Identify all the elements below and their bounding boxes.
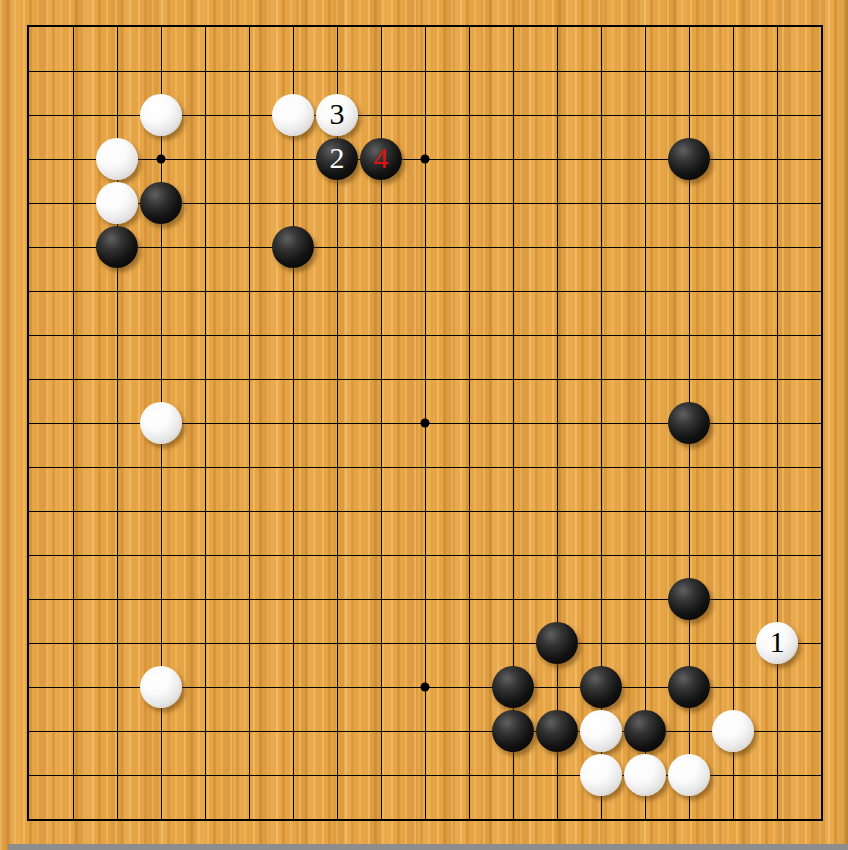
grid-cell — [29, 687, 73, 731]
grid-cell — [161, 27, 205, 71]
grid-cell — [557, 335, 601, 379]
grid-cell — [381, 27, 425, 71]
grid-cell — [425, 775, 469, 819]
grid-cell — [337, 467, 381, 511]
window-bottom-edge — [8, 844, 848, 850]
grid-cell — [777, 687, 821, 731]
black-stone-N3 — [536, 710, 578, 752]
grid-cell — [469, 423, 513, 467]
white-stone-S5: 1 — [756, 622, 798, 664]
grid-cell — [205, 247, 249, 291]
grid-cell — [161, 511, 205, 555]
grid-cell — [425, 555, 469, 599]
grid-cell — [381, 291, 425, 335]
star-point — [157, 155, 166, 164]
grid-cell — [425, 379, 469, 423]
grid-cell — [73, 555, 117, 599]
grid-cell — [601, 379, 645, 423]
grid-cell — [513, 335, 557, 379]
grid-cell — [205, 555, 249, 599]
grid-cell — [29, 247, 73, 291]
grid-cell — [469, 115, 513, 159]
grid-cell — [381, 379, 425, 423]
grid-cell — [29, 555, 73, 599]
grid-cell — [293, 731, 337, 775]
grid-cell — [777, 247, 821, 291]
grid-cell — [425, 159, 469, 203]
grid-cell — [777, 775, 821, 819]
grid-cell — [777, 291, 821, 335]
grid-cell — [777, 423, 821, 467]
grid-cell — [733, 379, 777, 423]
grid-cell — [513, 775, 557, 819]
grid-cell — [293, 599, 337, 643]
grid-cell — [161, 467, 205, 511]
grid-cell — [645, 247, 689, 291]
grid-cell — [249, 467, 293, 511]
grid-cell — [381, 71, 425, 115]
grid-cell — [293, 775, 337, 819]
grid-cell — [205, 599, 249, 643]
grid-cell — [249, 687, 293, 731]
black-stone-M3 — [492, 710, 534, 752]
grid-cell — [557, 71, 601, 115]
grid-cell — [381, 423, 425, 467]
black-stone-Q6 — [668, 578, 710, 620]
grid-cell — [689, 467, 733, 511]
grid-cell — [249, 335, 293, 379]
grid-cell — [29, 159, 73, 203]
go-board[interactable]: 3241 — [0, 0, 848, 850]
grid-cell — [469, 335, 513, 379]
grid-cell — [337, 731, 381, 775]
grid-cell — [249, 27, 293, 71]
grid-cell — [337, 511, 381, 555]
grid-cell — [337, 27, 381, 71]
white-stone-G17 — [272, 94, 314, 136]
grid-cell — [513, 423, 557, 467]
grid-cell — [557, 423, 601, 467]
grid-cell — [381, 511, 425, 555]
grid-cell — [513, 555, 557, 599]
grid-cell — [601, 335, 645, 379]
grid-cell — [381, 555, 425, 599]
grid-cell — [733, 159, 777, 203]
grid-cell — [337, 687, 381, 731]
grid-cell — [513, 247, 557, 291]
star-point — [421, 683, 430, 692]
grid-cell — [645, 291, 689, 335]
black-stone-Q4 — [668, 666, 710, 708]
grid-cell — [29, 27, 73, 71]
grid-cell — [645, 511, 689, 555]
grid-cell — [29, 643, 73, 687]
grid-cell — [469, 511, 513, 555]
grid-cell — [117, 335, 161, 379]
grid-cell — [425, 115, 469, 159]
grid-cell — [205, 27, 249, 71]
grid-cell — [513, 159, 557, 203]
grid-cell — [29, 423, 73, 467]
white-stone-D17 — [140, 94, 182, 136]
grid-cell — [469, 27, 513, 71]
black-stone-O4 — [580, 666, 622, 708]
grid-cell — [73, 775, 117, 819]
grid-cell — [293, 511, 337, 555]
grid-cell — [469, 247, 513, 291]
grid-cell — [293, 467, 337, 511]
grid-cell — [733, 555, 777, 599]
grid-cell — [249, 511, 293, 555]
white-stone-O2 — [580, 754, 622, 796]
grid-cell — [469, 555, 513, 599]
grid-cell — [293, 423, 337, 467]
white-stone-D4 — [140, 666, 182, 708]
grid-cell — [73, 467, 117, 511]
grid-cell — [601, 423, 645, 467]
grid-cell — [337, 291, 381, 335]
grid-cell — [205, 687, 249, 731]
grid-cell — [601, 247, 645, 291]
grid-cell — [73, 687, 117, 731]
grid-cell — [381, 687, 425, 731]
grid-cell — [205, 423, 249, 467]
grid-cell — [513, 71, 557, 115]
grid-cell — [601, 159, 645, 203]
grid-cell — [557, 511, 601, 555]
grid-cell — [425, 335, 469, 379]
grid-cell — [249, 599, 293, 643]
grid-cell — [293, 27, 337, 71]
white-stone-C15 — [96, 182, 138, 224]
grid-cell — [513, 203, 557, 247]
grid-cell — [381, 731, 425, 775]
grid-cell — [161, 291, 205, 335]
grid-cell — [337, 775, 381, 819]
grid-cell — [425, 511, 469, 555]
grid-cell — [777, 27, 821, 71]
grid-cell — [337, 247, 381, 291]
grid-cell — [689, 203, 733, 247]
grid-cell — [777, 731, 821, 775]
grid-cell — [73, 379, 117, 423]
grid-cell — [117, 291, 161, 335]
black-stone-D15 — [140, 182, 182, 224]
grid-cell — [689, 291, 733, 335]
grid-cell — [249, 643, 293, 687]
grid-cell — [73, 511, 117, 555]
grid-cell — [557, 247, 601, 291]
grid-cell — [689, 71, 733, 115]
black-stone-C14 — [96, 226, 138, 268]
move-number-label: 1 — [770, 627, 785, 657]
grid-cell — [557, 115, 601, 159]
grid-cell — [689, 511, 733, 555]
grid-cell — [337, 203, 381, 247]
grid-cell — [73, 423, 117, 467]
grid-cell — [249, 731, 293, 775]
grid-cell — [425, 27, 469, 71]
grid-cell — [513, 467, 557, 511]
grid-cell — [381, 643, 425, 687]
grid-cell — [469, 599, 513, 643]
grid-cell — [777, 159, 821, 203]
grid-cell — [29, 599, 73, 643]
white-stone-Q2 — [668, 754, 710, 796]
grid-cell — [557, 159, 601, 203]
grid-cell — [777, 203, 821, 247]
grid-cell — [29, 511, 73, 555]
grid-cell — [469, 467, 513, 511]
grid-cell — [337, 335, 381, 379]
grid-cell — [161, 731, 205, 775]
grid-cell — [469, 379, 513, 423]
grid-cell — [73, 731, 117, 775]
grid-cell — [601, 599, 645, 643]
grid-cell — [73, 27, 117, 71]
grid-cell — [249, 423, 293, 467]
black-stone-J16: 4 — [360, 138, 402, 180]
grid-cell — [469, 159, 513, 203]
grid-cell — [117, 599, 161, 643]
grid-cell — [689, 335, 733, 379]
grid-cell — [601, 115, 645, 159]
grid-cell — [381, 775, 425, 819]
move-number-label: 3 — [330, 99, 345, 129]
grid-cell — [601, 467, 645, 511]
grid-cell — [205, 467, 249, 511]
grid-cell — [469, 291, 513, 335]
grid-cell — [73, 643, 117, 687]
grid-cell — [381, 203, 425, 247]
grid-cell — [425, 687, 469, 731]
grid-cell — [601, 555, 645, 599]
grid-cell — [205, 775, 249, 819]
grid-cell — [777, 335, 821, 379]
grid-cell — [469, 775, 513, 819]
grid-cell — [249, 291, 293, 335]
grid-cell — [249, 555, 293, 599]
grid-cell — [733, 291, 777, 335]
grid-cell — [645, 27, 689, 71]
grid-cell — [733, 467, 777, 511]
grid-cell — [293, 687, 337, 731]
grid-cell — [73, 599, 117, 643]
grid-cell — [601, 71, 645, 115]
grid-cell — [557, 467, 601, 511]
grid-cell — [293, 291, 337, 335]
grid-cell — [381, 247, 425, 291]
grid-cell — [381, 335, 425, 379]
grid-cell — [29, 731, 73, 775]
grid-cell — [29, 467, 73, 511]
black-stone-Q16 — [668, 138, 710, 180]
grid-cell — [777, 511, 821, 555]
grid-cell — [601, 27, 645, 71]
grid-cell — [29, 335, 73, 379]
grid-cell — [425, 643, 469, 687]
grid-cell — [733, 115, 777, 159]
grid-cell — [645, 203, 689, 247]
grid-cell — [73, 291, 117, 335]
black-stone-G14 — [272, 226, 314, 268]
grid-cell — [337, 379, 381, 423]
black-stone-H16: 2 — [316, 138, 358, 180]
star-point — [421, 419, 430, 428]
grid-cell — [161, 599, 205, 643]
grid-cell — [425, 423, 469, 467]
white-stone-C16 — [96, 138, 138, 180]
grid-cell — [469, 71, 513, 115]
white-stone-O3 — [580, 710, 622, 752]
grid-cell — [161, 555, 205, 599]
grid-cell — [29, 775, 73, 819]
grid-cell — [381, 599, 425, 643]
grid-cell — [293, 643, 337, 687]
grid-cell — [777, 379, 821, 423]
grid-cell — [425, 247, 469, 291]
move-number-label: 4 — [374, 143, 389, 173]
grid-cell — [161, 775, 205, 819]
grid-cell — [425, 203, 469, 247]
grid-cell — [733, 27, 777, 71]
grid-cell — [557, 555, 601, 599]
grid-cell — [117, 731, 161, 775]
grid-cell — [557, 291, 601, 335]
grid-cell — [425, 731, 469, 775]
grid-cell — [205, 731, 249, 775]
grid-cell — [205, 291, 249, 335]
grid-cell — [601, 511, 645, 555]
grid-cell — [293, 379, 337, 423]
grid-cell — [601, 203, 645, 247]
grid-cell — [733, 423, 777, 467]
grid-cell — [249, 159, 293, 203]
grid-cell — [205, 71, 249, 115]
grid-cell — [205, 159, 249, 203]
grid-cell — [205, 643, 249, 687]
grid-cell — [557, 203, 601, 247]
grid-cell — [205, 511, 249, 555]
grid-cell — [733, 335, 777, 379]
grid-cell — [29, 291, 73, 335]
grid-cell — [29, 379, 73, 423]
grid-cell — [117, 555, 161, 599]
grid-cell — [733, 203, 777, 247]
grid-cell — [733, 71, 777, 115]
grid-cell — [29, 71, 73, 115]
black-stone-M4 — [492, 666, 534, 708]
grid-cell — [733, 775, 777, 819]
grid-cell — [29, 115, 73, 159]
white-stone-P2 — [624, 754, 666, 796]
grid-cell — [205, 203, 249, 247]
grid-cell — [425, 71, 469, 115]
grid-cell — [733, 511, 777, 555]
grid-cell — [293, 335, 337, 379]
grid-cell — [73, 71, 117, 115]
grid-cell — [513, 379, 557, 423]
black-stone-N5 — [536, 622, 578, 664]
grid-cell — [513, 27, 557, 71]
grid-cell — [777, 467, 821, 511]
white-stone-R3 — [712, 710, 754, 752]
grid-cell — [777, 555, 821, 599]
grid-cell — [513, 115, 557, 159]
grid-cell — [117, 27, 161, 71]
grid-cell — [337, 423, 381, 467]
go-app-window: 3241 — [0, 0, 848, 850]
grid-cell — [777, 115, 821, 159]
grid-cell — [645, 71, 689, 115]
grid-cell — [425, 467, 469, 511]
grid-cell — [557, 27, 601, 71]
grid-cell — [161, 247, 205, 291]
grid-cell — [117, 775, 161, 819]
grid-cell — [117, 467, 161, 511]
grid-cell — [557, 379, 601, 423]
grid-cell — [381, 467, 425, 511]
grid-cell — [249, 379, 293, 423]
grid-cell — [337, 555, 381, 599]
grid-cell — [337, 643, 381, 687]
grid-cell — [425, 599, 469, 643]
grid-cell — [689, 27, 733, 71]
grid-cell — [689, 247, 733, 291]
move-number-label: 2 — [330, 143, 345, 173]
grid-cell — [249, 775, 293, 819]
grid-cell — [205, 335, 249, 379]
grid-cell — [513, 291, 557, 335]
grid-cell — [293, 555, 337, 599]
grid-cell — [777, 71, 821, 115]
grid-cell — [205, 379, 249, 423]
grid-cell — [337, 599, 381, 643]
white-stone-H17: 3 — [316, 94, 358, 136]
grid-cell — [425, 291, 469, 335]
grid-cell — [469, 203, 513, 247]
grid-cell — [601, 291, 645, 335]
grid-cell — [733, 247, 777, 291]
grid-cell — [645, 335, 689, 379]
grid-cell — [73, 335, 117, 379]
grid-cell — [513, 511, 557, 555]
black-stone-P3 — [624, 710, 666, 752]
grid-cell — [161, 335, 205, 379]
star-point — [421, 155, 430, 164]
grid-cell — [29, 203, 73, 247]
grid-cell — [645, 467, 689, 511]
grid-cell — [205, 115, 249, 159]
grid-cell — [117, 511, 161, 555]
black-stone-Q10 — [668, 402, 710, 444]
white-stone-D10 — [140, 402, 182, 444]
